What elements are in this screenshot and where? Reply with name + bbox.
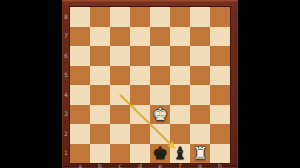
rank-label-5: 5	[62, 66, 70, 86]
file-label-a: a	[70, 162, 90, 168]
file-labels: abcdefgh	[70, 162, 230, 168]
white-rook-g1[interactable]: ♜	[190, 144, 210, 164]
rank-labels: 87654321	[62, 7, 70, 163]
file-label-h: h	[210, 162, 230, 168]
file-label-g: g	[190, 162, 210, 168]
rank-label-8: 8	[62, 7, 70, 27]
file-label-b: b	[90, 162, 110, 168]
file-label-d: d	[130, 162, 150, 168]
file-label-f: f	[170, 162, 190, 168]
rank-label-1: 1	[62, 144, 70, 164]
black-king-e1[interactable]: ♚	[150, 144, 170, 164]
black-bishop-f1[interactable]: ♝	[170, 144, 190, 164]
chess-app-window: 87654321 ♚♚♝♜ abcdefgh	[0, 0, 300, 168]
rank-label-4: 4	[62, 85, 70, 105]
rank-label-2: 2	[62, 124, 70, 144]
rank-label-7: 7	[62, 27, 70, 47]
chess-board-frame: 87654321 ♚♚♝♜ abcdefgh	[62, 0, 238, 168]
file-label-e: e	[150, 162, 170, 168]
pieces-layer: ♚♚♝♜	[70, 7, 230, 163]
rank-label-6: 6	[62, 46, 70, 66]
file-label-c: c	[110, 162, 130, 168]
rank-label-3: 3	[62, 105, 70, 125]
right-black-bar	[238, 0, 300, 168]
left-black-bar	[0, 0, 62, 168]
white-king-e3[interactable]: ♚	[150, 105, 170, 125]
